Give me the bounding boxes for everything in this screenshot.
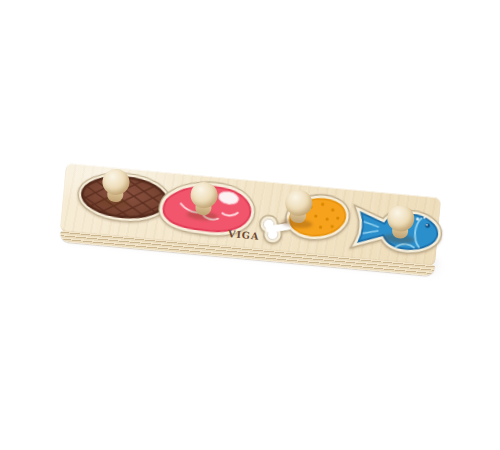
fish-piece[interactable] bbox=[349, 199, 450, 262]
knob-ball bbox=[189, 180, 218, 208]
knob-handle[interactable] bbox=[100, 167, 131, 206]
puzzle-board: VIGA bbox=[59, 163, 442, 277]
slot-4-fish bbox=[346, 189, 448, 267]
knob-ball bbox=[284, 188, 313, 216]
slot-3-drumstick bbox=[251, 180, 353, 258]
slot-1-steak bbox=[60, 163, 162, 241]
product-photo-scene: VIGA bbox=[0, 0, 500, 450]
knob-ball bbox=[386, 204, 415, 232]
knob-handle[interactable] bbox=[385, 204, 416, 243]
knob-handle[interactable] bbox=[283, 188, 314, 227]
chicken-drumstick-piece[interactable] bbox=[258, 187, 359, 250]
knob-handle[interactable] bbox=[188, 180, 219, 219]
knob-ball bbox=[101, 167, 130, 195]
